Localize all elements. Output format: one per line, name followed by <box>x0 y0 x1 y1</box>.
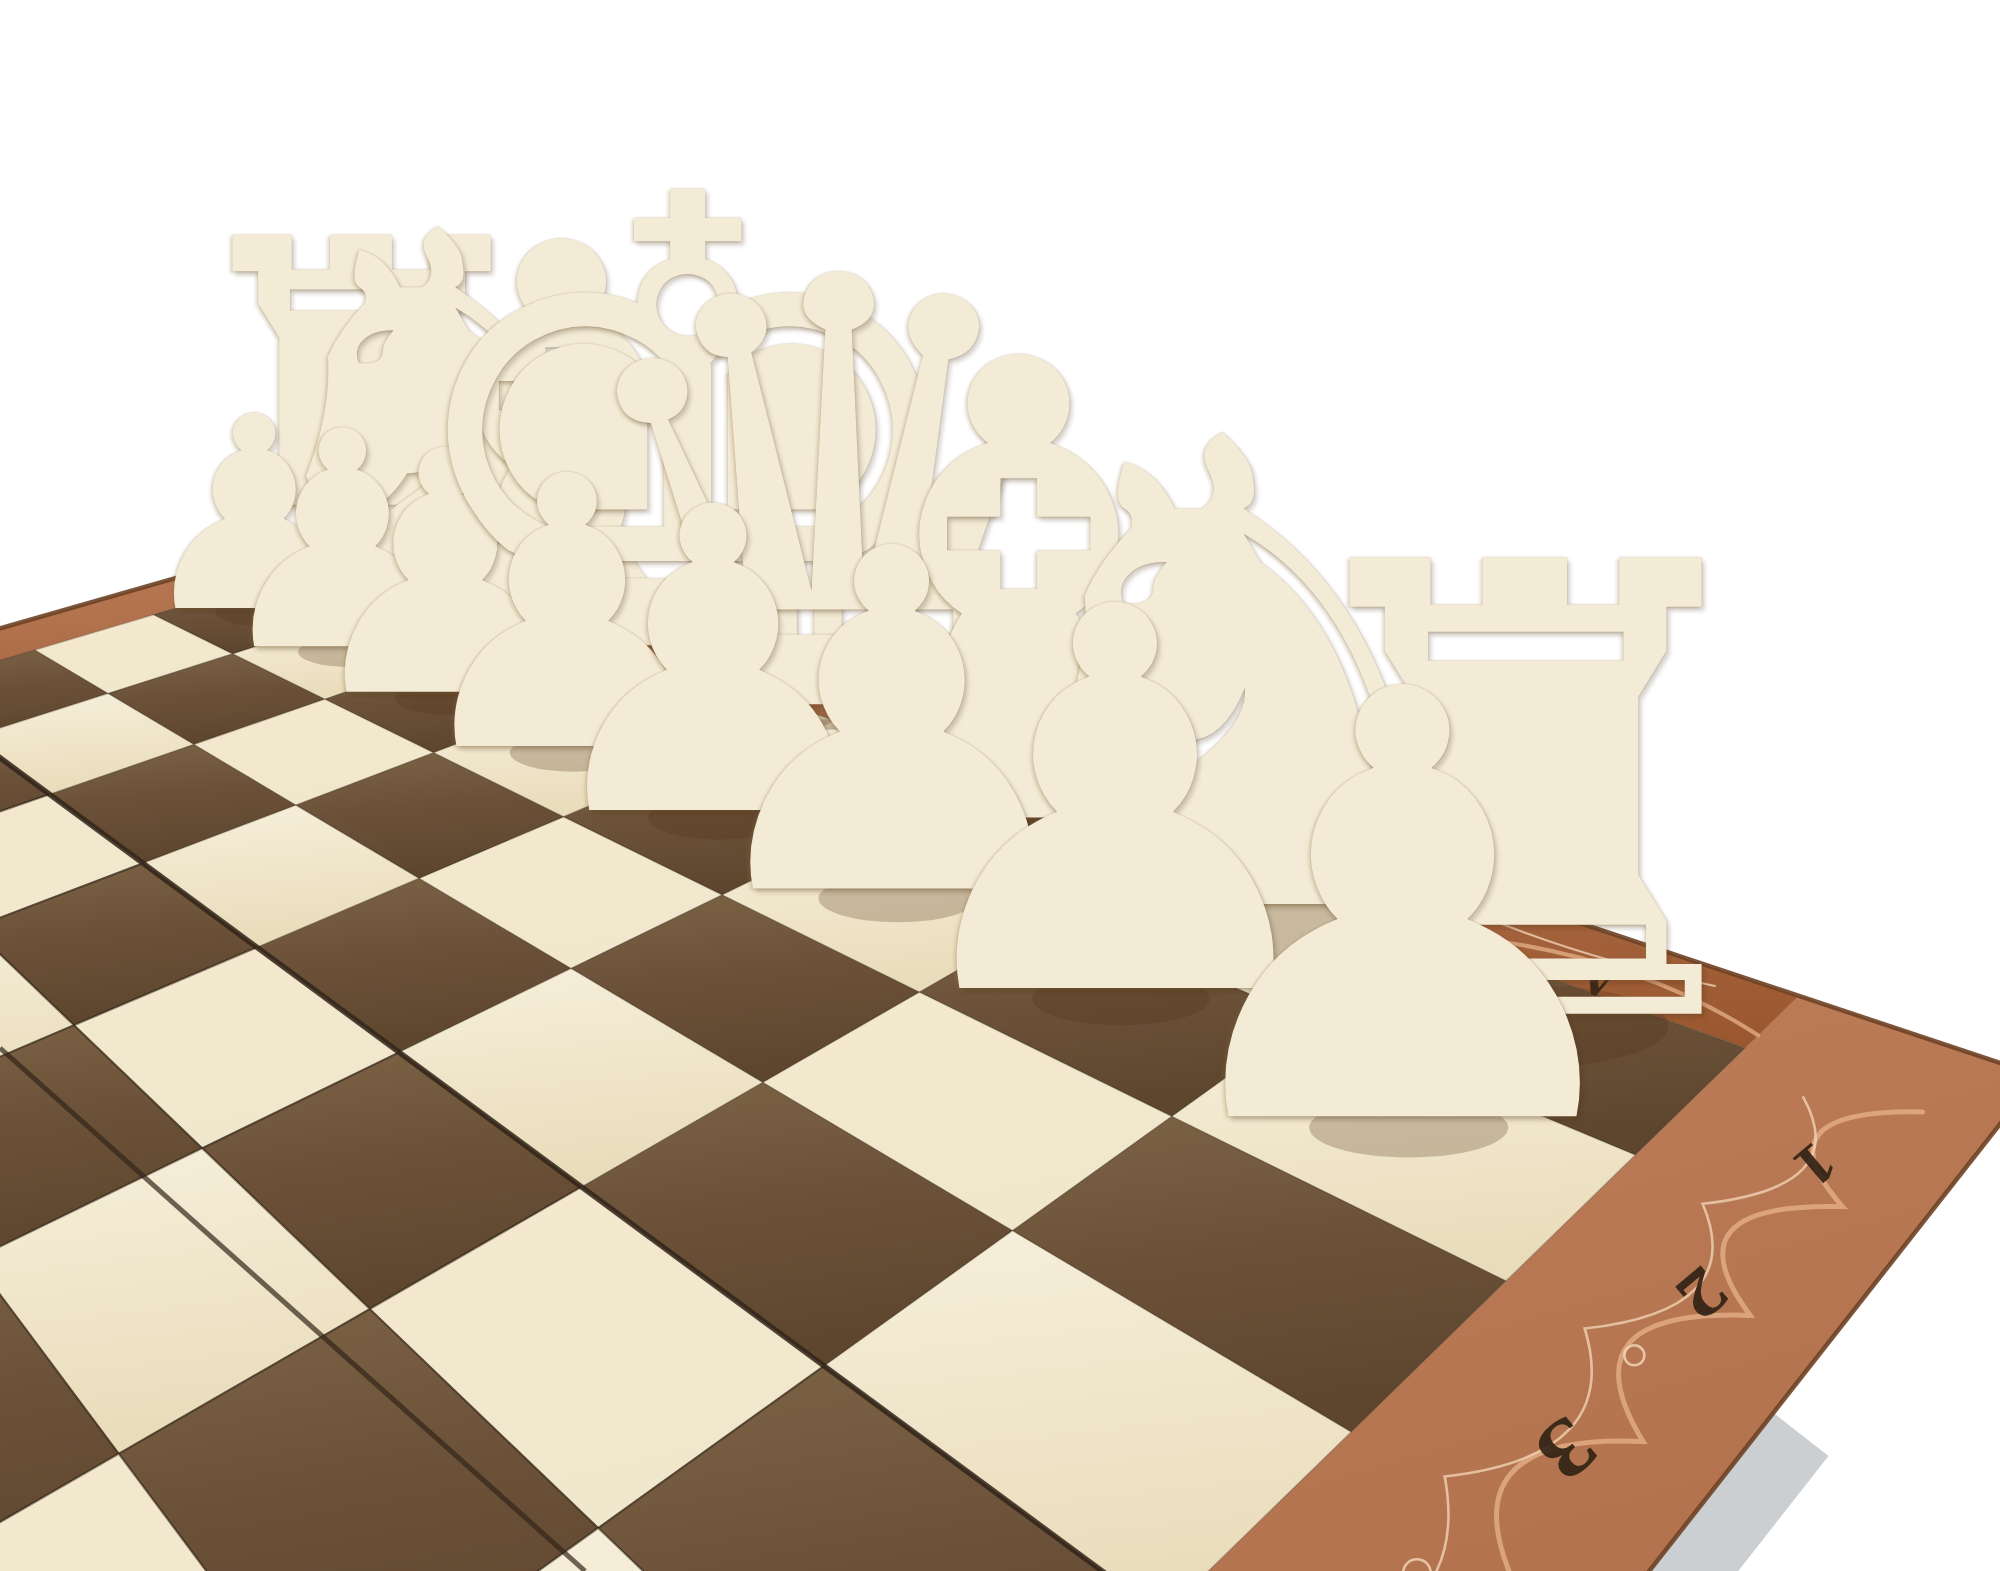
chessboard-photo-scene: HGFEDCBA123 ♜♞♝♚♛♝♞♜♟♟♟♟♟♟♟♟ <box>0 0 2000 1571</box>
piece-white-pawn-a2[interactable]: ♟ <box>1137 615 1668 1207</box>
